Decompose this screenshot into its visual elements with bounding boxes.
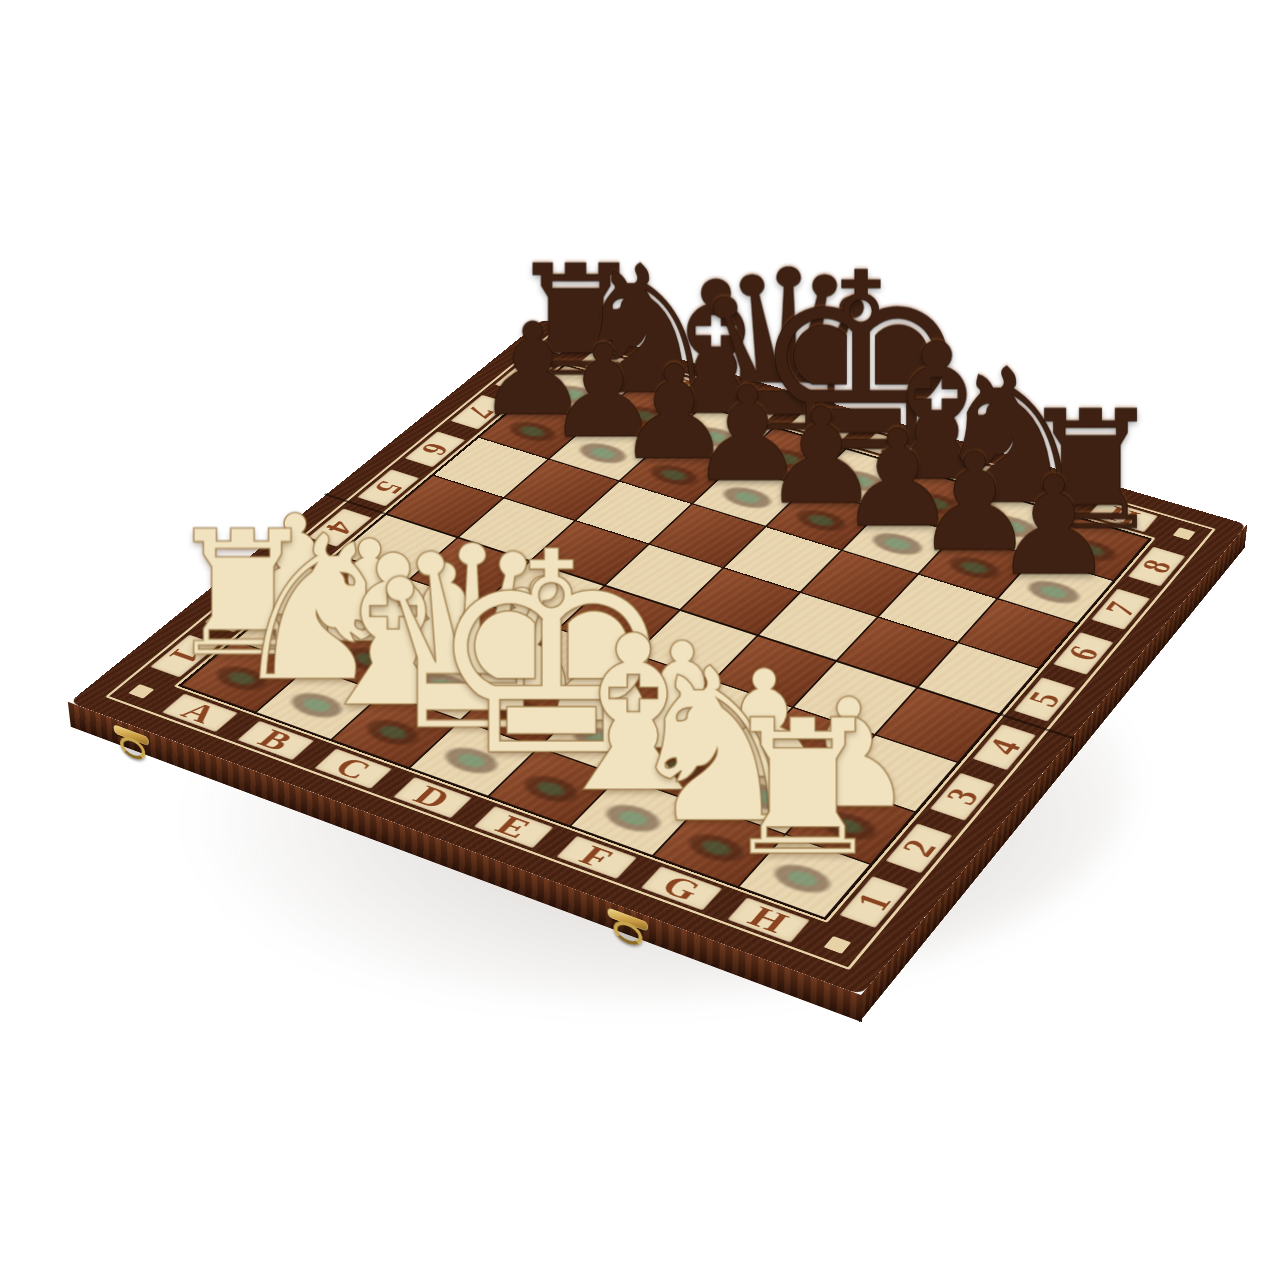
chess-board: ABCDEFGH ABCDEFGH 87654321 87654321 ♜♞♝♛… [69, 319, 1246, 995]
coordinate-label-text: 1 [849, 888, 899, 915]
white-rook-h1[interactable]: ♜ [658, 700, 947, 878]
product-photo: ABCDEFGH ABCDEFGH 87654321 87654321 ♜♞♝♛… [0, 0, 1280, 1280]
coordinate-label-text: 6 [415, 440, 456, 458]
board-frame: ABCDEFGH ABCDEFGH 87654321 87654321 ♜♞♝♛… [69, 319, 1246, 995]
scene: ABCDEFGH ABCDEFGH 87654321 87654321 ♜♞♝♛… [0, 0, 1280, 1280]
